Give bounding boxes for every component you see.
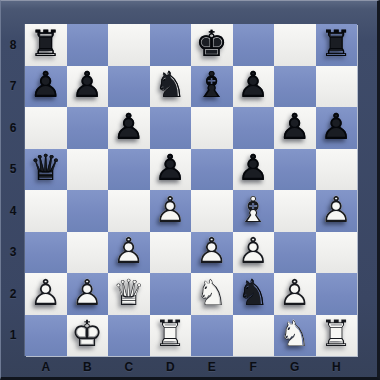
piece-white-pawn[interactable]: ♟♙ <box>108 232 150 274</box>
white-pawn-outline-icon: ♙ <box>191 231 233 273</box>
piece-black-pawn[interactable]: ♟♙ <box>233 66 275 108</box>
file-label-b: B <box>67 356 109 378</box>
square-e5[interactable] <box>191 149 233 191</box>
square-h1[interactable]: ♜♖ <box>316 315 358 357</box>
square-h3[interactable] <box>316 232 358 274</box>
rank-label-1: 1 <box>1 315 25 357</box>
square-e8[interactable]: ♚♔ <box>191 24 233 66</box>
square-f4[interactable]: ♝♗ <box>233 190 275 232</box>
square-e7[interactable]: ♝♗ <box>191 66 233 108</box>
file-labels: ABCDEFGH <box>25 356 357 378</box>
piece-white-knight[interactable]: ♞♘ <box>191 273 233 315</box>
chess-board: ♜♖♚♔♜♖♟♙♟♙♞♘♝♗♟♙♟♙♟♙♟♙♛♕♟♙♟♙♟♙♝♗♟♙♟♙♟♙♟♙… <box>25 24 357 356</box>
black-pawn-outline-icon: ♙ <box>233 148 275 190</box>
square-d4[interactable]: ♟♙ <box>150 190 192 232</box>
square-e3[interactable]: ♟♙ <box>191 232 233 274</box>
square-c5[interactable] <box>108 149 150 191</box>
piece-white-rook[interactable]: ♜♖ <box>150 315 192 357</box>
square-g6[interactable]: ♟♙ <box>274 107 316 149</box>
black-king-outline-icon: ♔ <box>191 23 233 65</box>
white-knight-outline-icon: ♘ <box>274 314 316 356</box>
square-a2[interactable]: ♟♙ <box>25 273 67 315</box>
square-f5[interactable]: ♟♙ <box>233 149 275 191</box>
piece-black-rook[interactable]: ♜♖ <box>25 24 67 66</box>
square-a6[interactable] <box>25 107 67 149</box>
square-c7[interactable] <box>108 66 150 108</box>
square-f3[interactable]: ♟♙ <box>233 232 275 274</box>
piece-white-pawn[interactable]: ♟♙ <box>25 273 67 315</box>
square-h8[interactable]: ♜♖ <box>316 24 358 66</box>
square-d6[interactable] <box>150 107 192 149</box>
black-pawn-outline-icon: ♙ <box>274 106 316 148</box>
square-e1[interactable] <box>191 315 233 357</box>
square-d1[interactable]: ♜♖ <box>150 315 192 357</box>
square-e6[interactable] <box>191 107 233 149</box>
rank-label-5: 5 <box>1 149 25 191</box>
piece-black-king[interactable]: ♚♔ <box>191 24 233 66</box>
square-g7[interactable] <box>274 66 316 108</box>
square-h2[interactable] <box>316 273 358 315</box>
black-rook-outline-icon: ♖ <box>316 23 358 65</box>
black-bishop-outline-icon: ♗ <box>191 65 233 107</box>
square-c4[interactable] <box>108 190 150 232</box>
white-pawn-outline-icon: ♙ <box>25 272 67 314</box>
square-h5[interactable] <box>316 149 358 191</box>
piece-black-bishop[interactable]: ♝♗ <box>191 66 233 108</box>
black-queen-outline-icon: ♕ <box>25 148 67 190</box>
file-label-h: H <box>316 356 358 378</box>
piece-black-pawn[interactable]: ♟♙ <box>150 149 192 191</box>
square-g5[interactable] <box>274 149 316 191</box>
white-pawn-outline-icon: ♙ <box>67 272 109 314</box>
file-label-f: F <box>233 356 275 378</box>
piece-black-pawn[interactable]: ♟♙ <box>67 66 109 108</box>
square-d8[interactable] <box>150 24 192 66</box>
piece-white-bishop[interactable]: ♝♗ <box>233 190 275 232</box>
square-c3[interactable]: ♟♙ <box>108 232 150 274</box>
square-b8[interactable] <box>67 24 109 66</box>
white-queen-outline-icon: ♕ <box>108 272 150 314</box>
piece-white-knight[interactable]: ♞♘ <box>274 315 316 357</box>
square-b2[interactable]: ♟♙ <box>67 273 109 315</box>
square-h7[interactable] <box>316 66 358 108</box>
piece-white-pawn[interactable]: ♟♙ <box>233 232 275 274</box>
white-pawn-outline-icon: ♙ <box>233 231 275 273</box>
white-bishop-outline-icon: ♗ <box>233 189 275 231</box>
square-a8[interactable]: ♜♖ <box>25 24 67 66</box>
square-b5[interactable] <box>67 149 109 191</box>
piece-white-pawn[interactable]: ♟♙ <box>316 190 358 232</box>
rank-label-7: 7 <box>1 66 25 108</box>
piece-black-pawn[interactable]: ♟♙ <box>25 66 67 108</box>
square-a1[interactable] <box>25 315 67 357</box>
piece-white-pawn[interactable]: ♟♙ <box>67 273 109 315</box>
piece-black-pawn[interactable]: ♟♙ <box>316 107 358 149</box>
rank-labels: 87654321 <box>1 24 25 356</box>
black-pawn-outline-icon: ♙ <box>67 65 109 107</box>
white-king-outline-icon: ♔ <box>67 314 109 356</box>
square-a3[interactable] <box>25 232 67 274</box>
square-h6[interactable]: ♟♙ <box>316 107 358 149</box>
square-d2[interactable] <box>150 273 192 315</box>
square-c1[interactable] <box>108 315 150 357</box>
square-d5[interactable]: ♟♙ <box>150 149 192 191</box>
square-c8[interactable] <box>108 24 150 66</box>
black-pawn-outline-icon: ♙ <box>233 65 275 107</box>
square-b6[interactable] <box>67 107 109 149</box>
piece-white-pawn[interactable]: ♟♙ <box>274 273 316 315</box>
square-b4[interactable] <box>67 190 109 232</box>
square-d3[interactable] <box>150 232 192 274</box>
piece-black-rook[interactable]: ♜♖ <box>316 24 358 66</box>
piece-black-pawn[interactable]: ♟♙ <box>233 149 275 191</box>
square-f1[interactable] <box>233 315 275 357</box>
black-pawn-outline-icon: ♙ <box>108 106 150 148</box>
square-b3[interactable] <box>67 232 109 274</box>
square-h4[interactable]: ♟♙ <box>316 190 358 232</box>
file-label-a: A <box>25 356 67 378</box>
piece-black-knight[interactable]: ♞♘ <box>150 66 192 108</box>
white-pawn-outline-icon: ♙ <box>150 189 192 231</box>
black-pawn-outline-icon: ♙ <box>316 106 358 148</box>
square-f2[interactable]: ♞♘ <box>233 273 275 315</box>
square-f8[interactable] <box>233 24 275 66</box>
square-b7[interactable]: ♟♙ <box>67 66 109 108</box>
square-a7[interactable]: ♟♙ <box>25 66 67 108</box>
square-g2[interactable]: ♟♙ <box>274 273 316 315</box>
square-e4[interactable] <box>191 190 233 232</box>
piece-white-queen[interactable]: ♛♕ <box>108 273 150 315</box>
square-g8[interactable] <box>274 24 316 66</box>
file-label-c: C <box>108 356 150 378</box>
square-b1[interactable]: ♚♔ <box>67 315 109 357</box>
rank-label-6: 6 <box>1 107 25 149</box>
square-f7[interactable]: ♟♙ <box>233 66 275 108</box>
piece-black-knight[interactable]: ♞♘ <box>233 273 275 315</box>
white-pawn-outline-icon: ♙ <box>108 231 150 273</box>
piece-black-pawn[interactable]: ♟♙ <box>274 107 316 149</box>
piece-white-pawn[interactable]: ♟♙ <box>191 232 233 274</box>
rank-label-4: 4 <box>1 190 25 232</box>
rank-label-8: 8 <box>1 24 25 66</box>
rank-label-3: 3 <box>1 232 25 274</box>
file-label-g: G <box>274 356 316 378</box>
piece-white-rook[interactable]: ♜♖ <box>316 315 358 357</box>
square-c6[interactable]: ♟♙ <box>108 107 150 149</box>
piece-black-queen[interactable]: ♛♕ <box>25 149 67 191</box>
white-rook-outline-icon: ♖ <box>316 314 358 356</box>
white-knight-outline-icon: ♘ <box>191 272 233 314</box>
square-g4[interactable] <box>274 190 316 232</box>
piece-black-pawn[interactable]: ♟♙ <box>108 107 150 149</box>
square-a4[interactable] <box>25 190 67 232</box>
black-pawn-outline-icon: ♙ <box>25 65 67 107</box>
black-pawn-outline-icon: ♙ <box>150 148 192 190</box>
white-pawn-outline-icon: ♙ <box>316 189 358 231</box>
square-g1[interactable]: ♞♘ <box>274 315 316 357</box>
chess-board-frame: 87654321 ♜♖♚♔♜♖♟♙♟♙♞♘♝♗♟♙♟♙♟♙♟♙♛♕♟♙♟♙♟♙♝… <box>0 0 380 380</box>
square-d7[interactable]: ♞♘ <box>150 66 192 108</box>
rank-label-2: 2 <box>1 273 25 315</box>
black-rook-outline-icon: ♖ <box>25 23 67 65</box>
piece-white-king[interactable]: ♚♔ <box>67 315 109 357</box>
file-label-d: D <box>150 356 192 378</box>
square-e2[interactable]: ♞♘ <box>191 273 233 315</box>
black-knight-outline-icon: ♘ <box>233 272 275 314</box>
white-pawn-outline-icon: ♙ <box>274 272 316 314</box>
square-g3[interactable] <box>274 232 316 274</box>
square-f6[interactable] <box>233 107 275 149</box>
white-rook-outline-icon: ♖ <box>150 314 192 356</box>
file-label-e: E <box>191 356 233 378</box>
black-knight-outline-icon: ♘ <box>150 65 192 107</box>
piece-white-pawn[interactable]: ♟♙ <box>150 190 192 232</box>
square-a5[interactable]: ♛♕ <box>25 149 67 191</box>
square-c2[interactable]: ♛♕ <box>108 273 150 315</box>
